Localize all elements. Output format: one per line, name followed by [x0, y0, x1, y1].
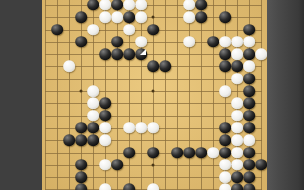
white-stone [123, 122, 135, 134]
black-stone [183, 147, 195, 159]
grid-line-vertical [201, 0, 202, 190]
black-stone [63, 134, 75, 146]
last-move-marker [140, 49, 146, 55]
white-stone [231, 134, 243, 146]
white-stone [123, 0, 135, 11]
black-stone [243, 24, 255, 36]
white-stone [99, 0, 111, 11]
black-stone [243, 48, 255, 60]
white-stone [111, 11, 123, 23]
black-stone [219, 147, 231, 159]
black-stone [87, 122, 99, 134]
black-stone [231, 171, 243, 183]
black-stone [87, 0, 99, 11]
white-stone [219, 171, 231, 183]
black-stone [171, 147, 183, 159]
white-stone [183, 0, 195, 11]
white-stone [231, 73, 243, 85]
black-stone [111, 0, 123, 11]
go-app-screen [0, 0, 304, 190]
white-stone [219, 36, 231, 48]
black-stone [219, 134, 231, 146]
white-stone [219, 184, 231, 190]
black-stone [243, 110, 255, 122]
white-stone [231, 159, 243, 171]
black-stone [147, 147, 159, 159]
white-stone [99, 134, 111, 146]
black-stone [123, 48, 135, 60]
grid-line-vertical [213, 0, 214, 190]
black-stone [231, 184, 243, 190]
white-stone [135, 0, 147, 11]
white-stone [231, 36, 243, 48]
white-stone [231, 97, 243, 109]
black-stone [243, 73, 255, 85]
black-stone [99, 97, 111, 109]
white-stone [135, 11, 147, 23]
star-point [152, 163, 155, 166]
black-stone [75, 159, 87, 171]
white-stone [87, 24, 99, 36]
white-stone [147, 122, 159, 134]
black-stone [111, 36, 123, 48]
black-stone [75, 134, 87, 146]
black-stone [243, 184, 255, 190]
black-stone [243, 159, 255, 171]
black-stone [219, 61, 231, 73]
white-stone [243, 61, 255, 73]
black-stone [75, 36, 87, 48]
black-stone [243, 85, 255, 97]
black-stone [231, 61, 243, 73]
black-stone [75, 11, 87, 23]
grid-line-vertical [69, 0, 70, 190]
grid-line-vertical [165, 0, 166, 190]
star-point [152, 90, 155, 93]
white-stone [243, 36, 255, 48]
grid-line-vertical [45, 0, 46, 190]
white-stone [231, 122, 243, 134]
black-stone [123, 184, 135, 190]
white-stone [123, 24, 135, 36]
white-stone [231, 147, 243, 159]
black-stone [243, 171, 255, 183]
black-stone [123, 11, 135, 23]
black-stone [255, 159, 267, 171]
black-stone [159, 61, 171, 73]
grid-line-vertical [189, 0, 190, 190]
black-stone [243, 97, 255, 109]
white-stone [219, 159, 231, 171]
white-stone [231, 110, 243, 122]
white-stone [99, 122, 111, 134]
black-stone [243, 122, 255, 134]
white-stone [87, 97, 99, 109]
white-stone [243, 134, 255, 146]
white-stone [63, 61, 75, 73]
white-stone [135, 36, 147, 48]
black-stone [99, 110, 111, 122]
white-stone [99, 159, 111, 171]
black-stone [111, 159, 123, 171]
white-stone [87, 110, 99, 122]
black-stone [51, 24, 63, 36]
white-stone [183, 11, 195, 23]
black-stone [219, 122, 231, 134]
white-stone [207, 147, 219, 159]
black-stone [147, 24, 159, 36]
black-stone [219, 11, 231, 23]
black-stone [195, 11, 207, 23]
letterbox-bar-left [0, 0, 42, 190]
black-stone [195, 147, 207, 159]
black-stone [75, 184, 87, 190]
white-stone [99, 11, 111, 23]
go-board[interactable] [42, 0, 267, 190]
black-stone [243, 147, 255, 159]
grid-line-vertical [177, 0, 178, 190]
grid-line-horizontal [45, 116, 262, 117]
star-point [80, 90, 83, 93]
white-stone [231, 48, 243, 60]
grid-line-horizontal [45, 5, 262, 6]
black-stone [123, 147, 135, 159]
grid-line-horizontal [45, 103, 262, 104]
black-stone [111, 48, 123, 60]
white-stone [135, 122, 147, 134]
white-stone [255, 48, 267, 60]
grid-line-vertical [141, 0, 142, 190]
black-stone [75, 171, 87, 183]
black-stone [147, 61, 159, 73]
letterbox-bar-right [267, 0, 304, 190]
black-stone [195, 0, 207, 11]
black-stone [87, 134, 99, 146]
black-stone [207, 36, 219, 48]
white-stone [87, 85, 99, 97]
black-stone [219, 48, 231, 60]
black-stone [75, 122, 87, 134]
grid-line-horizontal [45, 79, 262, 80]
star-point [152, 16, 155, 19]
white-stone [147, 184, 159, 190]
white-stone [219, 85, 231, 97]
white-stone [183, 36, 195, 48]
black-stone [99, 48, 111, 60]
white-stone [99, 184, 111, 190]
